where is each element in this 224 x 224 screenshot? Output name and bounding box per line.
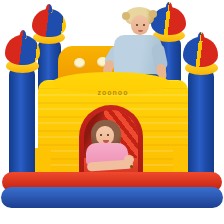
porthole-left [74, 58, 85, 68]
boy-hair-tuft-left [122, 12, 130, 20]
girl-eye-right [107, 134, 109, 136]
boy-eye-left [136, 24, 138, 26]
product-photo-bounce-castle: zoonoo [0, 0, 224, 224]
boy-face [131, 15, 149, 35]
base-tube-blue [1, 187, 223, 208]
boy-hair-tuft-right [149, 10, 157, 18]
tower-column-front-left [9, 66, 35, 178]
tower-dome-front-left [5, 35, 40, 65]
watermark-text: zoonoo [87, 88, 139, 98]
tower-dome-back-left [32, 9, 66, 37]
tower-dome-front-right [183, 37, 218, 67]
boy-eye-right [143, 24, 145, 26]
air-valve-dot [130, 165, 133, 168]
tower-column-front-right [188, 68, 214, 178]
girl-eye-left [100, 134, 102, 136]
